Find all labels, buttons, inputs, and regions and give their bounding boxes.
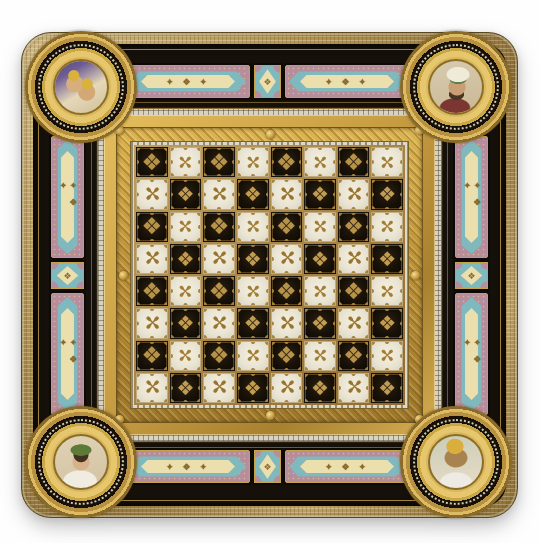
square-motif-icon: ✢	[240, 343, 265, 368]
corner-medallion-bottom-left	[25, 406, 137, 518]
square-motif-icon: ✢	[375, 343, 400, 368]
square-b7[interactable]: ❖	[170, 179, 202, 209]
square-h4[interactable]: ✢	[371, 276, 403, 306]
square-e2[interactable]: ❖	[271, 341, 303, 371]
porcelain-plaque: ✦ ❖ ✦	[285, 65, 409, 98]
square-motif-icon: ❖	[176, 184, 194, 204]
square-motif-icon: ❖	[276, 151, 297, 174]
square-motif-icon: ❖	[343, 344, 364, 367]
porcelain-plaque: ✦ ❖ ✦	[285, 450, 409, 483]
scrollwork-icon: ✦ ❖ ✦	[455, 182, 488, 213]
square-motif-icon: ❖	[276, 280, 297, 303]
square-d2[interactable]: ✢	[237, 341, 269, 371]
square-motif-icon: ❖	[142, 215, 163, 238]
square-motif-icon: ✢	[273, 245, 300, 272]
square-c8[interactable]: ❖	[203, 147, 235, 177]
square-motif-icon: ✢	[240, 279, 265, 304]
square-motif-icon: ✢	[273, 181, 300, 208]
top-plaque-strip: ✦ ❖ ✦ ❖ ✦ ❖ ✦	[126, 65, 409, 98]
right-plaque-strip: ✦ ❖ ✦ ❖ ✦ ❖ ✦	[455, 136, 488, 415]
square-d6[interactable]: ✢	[237, 212, 269, 242]
checkerboard: ❖✢❖✢❖✢❖✢✢❖✢❖✢❖✢❖❖✢❖✢❖✢❖✢✢❖✢❖✢❖✢❖❖✢❖✢❖✢❖✢…	[134, 145, 405, 405]
scrollwork-icon: ✦ ❖ ✦	[51, 339, 84, 370]
square-motif-icon: ✢	[273, 374, 300, 401]
square-motif-icon: ❖	[176, 249, 194, 269]
square-f1[interactable]: ❖	[304, 373, 336, 403]
square-a7[interactable]: ✢	[136, 179, 168, 209]
square-f3[interactable]: ❖	[304, 308, 336, 338]
scrollwork-icon: ✦ ❖ ✦	[286, 451, 408, 482]
scrollwork-icon: ✦ ❖ ✦	[455, 339, 488, 370]
square-motif-icon: ❖	[311, 378, 329, 398]
square-motif-icon: ✢	[340, 181, 367, 208]
square-motif-icon: ✢	[375, 150, 400, 175]
square-motif-icon: ❖	[142, 280, 163, 303]
frame-rosette-boss	[119, 271, 128, 280]
square-motif-icon: ✢	[138, 245, 165, 272]
square-motif-icon: ✢	[308, 343, 333, 368]
square-motif-icon: ✢	[138, 181, 165, 208]
scrollwork-icon: ✦ ❖ ✦	[127, 66, 249, 97]
square-h7[interactable]: ❖	[371, 179, 403, 209]
square-motif-icon: ✢	[205, 374, 232, 401]
square-h2[interactable]: ✢	[371, 341, 403, 371]
square-motif-icon: ❖	[142, 151, 163, 174]
square-e8[interactable]: ❖	[271, 147, 303, 177]
square-motif-icon: ✢	[240, 150, 265, 175]
diamond-plaque: ❖	[51, 262, 84, 289]
square-f2[interactable]: ✢	[304, 341, 336, 371]
square-motif-icon: ❖	[176, 313, 194, 333]
square-motif-icon: ❖	[244, 249, 262, 269]
rosette-icon: ❖	[456, 263, 487, 288]
square-motif-icon: ✢	[375, 214, 400, 239]
square-f5[interactable]: ❖	[304, 244, 336, 274]
square-f7[interactable]: ❖	[304, 179, 336, 209]
square-a6[interactable]: ❖	[136, 212, 168, 242]
bottom-plaque-strip: ✦ ❖ ✦ ❖ ✦ ❖ ✦	[126, 450, 409, 483]
square-c4[interactable]: ❖	[203, 276, 235, 306]
square-d3[interactable]: ❖	[237, 308, 269, 338]
square-g7[interactable]: ✢	[338, 179, 370, 209]
corner-medallion-top-left	[25, 31, 137, 143]
square-motif-icon: ❖	[343, 215, 364, 238]
square-a1[interactable]: ✢	[136, 373, 168, 403]
square-motif-icon: ❖	[209, 151, 230, 174]
square-c3[interactable]: ✢	[203, 308, 235, 338]
crowned-queen-portrait-icon	[430, 436, 482, 488]
square-d5[interactable]: ❖	[237, 244, 269, 274]
square-e5[interactable]: ✢	[271, 244, 303, 274]
square-motif-icon: ❖	[343, 151, 364, 174]
square-motif-icon: ✢	[308, 279, 333, 304]
square-motif-icon: ❖	[209, 215, 230, 238]
square-motif-icon: ✢	[340, 310, 367, 337]
square-motif-icon: ✢	[173, 214, 198, 239]
square-c2[interactable]: ❖	[203, 341, 235, 371]
square-a4[interactable]: ❖	[136, 276, 168, 306]
porcelain-plaque: ✦ ❖ ✦	[455, 136, 488, 258]
square-motif-icon: ✢	[375, 279, 400, 304]
scrollwork-icon: ✦ ❖ ✦	[51, 182, 84, 213]
square-a3[interactable]: ✢	[136, 308, 168, 338]
square-motif-icon: ❖	[209, 344, 230, 367]
square-g2[interactable]: ❖	[338, 341, 370, 371]
square-motif-icon: ❖	[343, 280, 364, 303]
square-motif-icon: ❖	[378, 184, 396, 204]
square-motif-icon: ❖	[311, 249, 329, 269]
square-g3[interactable]: ✢	[338, 308, 370, 338]
square-g5[interactable]: ✢	[338, 244, 370, 274]
square-d4[interactable]: ✢	[237, 276, 269, 306]
square-e1[interactable]: ✢	[271, 373, 303, 403]
frame-rosette-boss	[266, 130, 275, 139]
square-b4[interactable]: ✢	[170, 276, 202, 306]
square-e6[interactable]: ❖	[271, 212, 303, 242]
square-e3[interactable]: ✢	[271, 308, 303, 338]
square-motif-icon: ✢	[205, 181, 232, 208]
square-h8[interactable]: ✢	[371, 147, 403, 177]
turbaned-sultan-portrait-icon	[430, 61, 482, 113]
square-motif-icon: ❖	[276, 344, 297, 367]
square-motif-icon: ✢	[308, 150, 333, 175]
square-g6[interactable]: ❖	[338, 212, 370, 242]
square-c1[interactable]: ✢	[203, 373, 235, 403]
frame-rosette-boss	[411, 271, 420, 280]
square-d7[interactable]: ❖	[237, 179, 269, 209]
square-f8[interactable]: ✢	[304, 147, 336, 177]
square-motif-icon: ✢	[273, 310, 300, 337]
porcelain-plaque: ✦ ❖ ✦	[51, 136, 84, 258]
square-b5[interactable]: ❖	[170, 244, 202, 274]
square-motif-icon: ✢	[340, 374, 367, 401]
left-plaque-strip: ✦ ❖ ✦ ❖ ✦ ❖ ✦	[51, 136, 84, 415]
square-motif-icon: ✢	[173, 343, 198, 368]
square-c6[interactable]: ❖	[203, 212, 235, 242]
square-g1[interactable]: ✢	[338, 373, 370, 403]
portrait-medallion	[428, 434, 484, 490]
portrait-medallion	[53, 434, 109, 490]
square-a2[interactable]: ❖	[136, 341, 168, 371]
two-crowned-rulers-portrait-icon	[55, 61, 107, 113]
square-b2[interactable]: ✢	[170, 341, 202, 371]
square-f6[interactable]: ✢	[304, 212, 336, 242]
diamond-plaque: ❖	[455, 262, 488, 289]
square-d8[interactable]: ✢	[237, 147, 269, 177]
square-b1[interactable]: ❖	[170, 373, 202, 403]
rosette-icon: ❖	[52, 263, 83, 288]
square-motif-icon: ❖	[378, 313, 396, 333]
square-motif-icon: ❖	[209, 280, 230, 303]
square-motif-icon: ❖	[311, 313, 329, 333]
square-motif-icon: ✢	[240, 214, 265, 239]
square-b8[interactable]: ✢	[170, 147, 202, 177]
square-e7[interactable]: ✢	[271, 179, 303, 209]
square-motif-icon: ❖	[378, 249, 396, 269]
porcelain-plaque: ✦ ❖ ✦	[455, 293, 488, 415]
square-motif-icon: ✢	[308, 214, 333, 239]
square-b6[interactable]: ✢	[170, 212, 202, 242]
square-motif-icon: ❖	[244, 184, 262, 204]
square-motif-icon: ✢	[340, 245, 367, 272]
square-f4[interactable]: ✢	[304, 276, 336, 306]
square-h5[interactable]: ❖	[371, 244, 403, 274]
square-motif-icon: ❖	[244, 313, 262, 333]
square-d1[interactable]: ❖	[237, 373, 269, 403]
square-h1[interactable]: ❖	[371, 373, 403, 403]
square-motif-icon: ✢	[173, 150, 198, 175]
square-motif-icon: ✢	[173, 279, 198, 304]
diamond-plaque: ❖	[254, 450, 281, 483]
square-a8[interactable]: ❖	[136, 147, 168, 177]
square-motif-icon: ❖	[176, 378, 194, 398]
square-motif-icon: ✢	[138, 310, 165, 337]
portrait-medallion	[53, 59, 109, 115]
square-motif-icon: ✢	[205, 310, 232, 337]
square-h3[interactable]: ❖	[371, 308, 403, 338]
corner-medallion-top-right	[400, 31, 512, 143]
square-c7[interactable]: ✢	[203, 179, 235, 209]
diamond-plaque: ❖	[254, 65, 281, 98]
square-e4[interactable]: ❖	[271, 276, 303, 306]
chessboard-table: ✦ ❖ ✦ ❖ ✦ ❖ ✦ ✦ ❖ ✦ ❖	[21, 32, 518, 518]
square-g8[interactable]: ❖	[338, 147, 370, 177]
rosette-icon: ❖	[255, 66, 280, 97]
square-motif-icon: ❖	[378, 378, 396, 398]
square-motif-icon: ❖	[244, 378, 262, 398]
square-h6[interactable]: ✢	[371, 212, 403, 242]
porcelain-plaque: ✦ ❖ ✦	[126, 450, 250, 483]
rosette-icon: ❖	[255, 451, 280, 482]
square-g4[interactable]: ❖	[338, 276, 370, 306]
porcelain-plaque: ✦ ❖ ✦	[51, 293, 84, 415]
square-motif-icon: ✢	[138, 374, 165, 401]
frame-rosette-boss	[266, 411, 275, 420]
scrollwork-icon: ✦ ❖ ✦	[127, 451, 249, 482]
porcelain-plaque: ✦ ❖ ✦	[126, 65, 250, 98]
laurel-wreath-emperor-portrait-icon	[55, 436, 107, 488]
portrait-medallion	[428, 59, 484, 115]
scrollwork-icon: ✦ ❖ ✦	[286, 66, 408, 97]
square-motif-icon: ❖	[142, 344, 163, 367]
square-motif-icon: ❖	[311, 184, 329, 204]
square-motif-icon: ✢	[205, 245, 232, 272]
square-c5[interactable]: ✢	[203, 244, 235, 274]
square-a5[interactable]: ✢	[136, 244, 168, 274]
square-b3[interactable]: ❖	[170, 308, 202, 338]
square-motif-icon: ❖	[276, 215, 297, 238]
corner-medallion-bottom-right	[400, 406, 512, 518]
photograph-background: ✦ ❖ ✦ ❖ ✦ ❖ ✦ ✦ ❖ ✦ ❖	[0, 0, 540, 543]
